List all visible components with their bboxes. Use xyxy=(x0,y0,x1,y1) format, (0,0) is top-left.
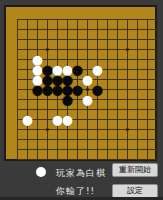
stone-white: ● xyxy=(52,114,63,125)
stone-white: ● xyxy=(32,74,43,85)
board-grid[interactable]: ●●●●●●●●●●●●●●●●●●●●●●● xyxy=(17,19,158,160)
stone-black: ● xyxy=(62,94,73,105)
player-color-label: 玩家為白棋 xyxy=(56,167,106,180)
go-board[interactable]: ●●●●●●●●●●●●●●●●●●●●●●● xyxy=(4,5,157,161)
stone-white: ● xyxy=(32,54,43,65)
gomoku-app-window: ●●●●●●●●●●●●●●●●●●●●●●● 玩家為白棋 你輸了!! 重新開始… xyxy=(0,0,163,200)
stone-white: ● xyxy=(22,114,33,125)
star-point xyxy=(126,48,129,51)
stone-black: ● xyxy=(32,84,43,95)
restart-button[interactable]: 重新開始 xyxy=(112,163,158,177)
stone-white: ● xyxy=(62,64,73,75)
stone-white: ● xyxy=(82,94,93,105)
stone-black: ● xyxy=(92,84,103,95)
star-point xyxy=(46,48,49,51)
stone-black: ● xyxy=(72,64,83,75)
status-panel: 玩家為白棋 你輸了!! 重新開始 設定 xyxy=(0,161,163,200)
window-bottom-edge xyxy=(0,197,163,200)
stone-black: ● xyxy=(52,84,63,95)
stone-white: ● xyxy=(52,64,63,75)
star-point xyxy=(126,128,129,131)
stone-white: ● xyxy=(82,74,93,85)
stone-black: ● xyxy=(42,64,53,75)
stone-black: ● xyxy=(62,74,73,85)
settings-button[interactable]: 設定 xyxy=(112,184,158,198)
stone-white: ● xyxy=(32,64,43,75)
stone-black: ● xyxy=(42,74,53,85)
stone-black: ● xyxy=(42,84,53,95)
star-point xyxy=(46,128,49,131)
stone-white: ● xyxy=(92,64,103,75)
stone-black: ● xyxy=(72,84,83,95)
star-point xyxy=(86,88,89,91)
stone-black: ● xyxy=(62,84,73,95)
stone-black: ● xyxy=(52,74,63,85)
stone-white: ● xyxy=(62,114,73,125)
player-stone-icon xyxy=(36,167,46,177)
